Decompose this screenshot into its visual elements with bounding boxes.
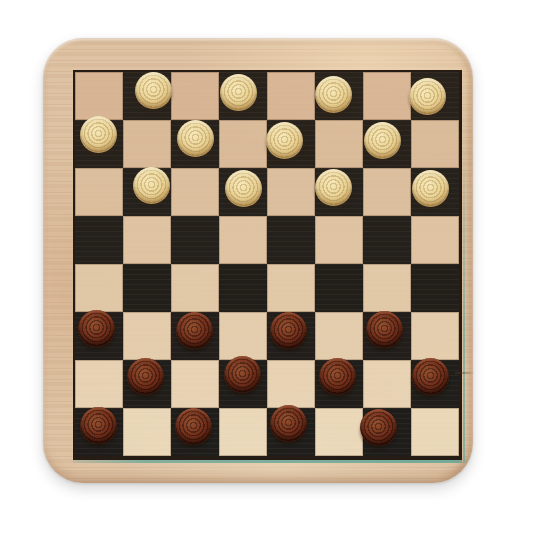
square-r4c2	[123, 216, 171, 264]
square-r5c7	[363, 264, 411, 312]
light-piece-r3c6[interactable]	[315, 169, 352, 206]
square-r7c7	[363, 360, 411, 408]
square-r4c1[interactable]	[75, 216, 123, 264]
square-r3c3	[171, 168, 219, 216]
square-r4c3[interactable]	[171, 216, 219, 264]
dark-piece-r6c5[interactable]	[270, 312, 307, 349]
square-r4c5[interactable]	[267, 216, 315, 264]
light-piece-r1c4[interactable]	[220, 74, 257, 111]
light-piece-r3c4[interactable]	[225, 170, 262, 207]
square-r5c2[interactable]	[123, 264, 171, 312]
square-r5c1	[75, 264, 123, 312]
square-r8c8	[411, 408, 459, 456]
square-r8c6	[315, 408, 363, 456]
square-r4c4	[219, 216, 267, 264]
square-r2c8	[411, 120, 459, 168]
light-piece-r2c1[interactable]	[80, 116, 117, 153]
square-r6c8	[411, 312, 459, 360]
dark-piece-r7c8[interactable]	[412, 358, 449, 395]
square-r1c7	[363, 72, 411, 120]
dark-piece-r8c5[interactable]	[270, 405, 307, 442]
square-r8c4	[219, 408, 267, 456]
dark-piece-r6c1[interactable]	[78, 310, 115, 347]
board-grid	[73, 70, 462, 460]
square-r3c7	[363, 168, 411, 216]
dark-piece-r8c3[interactable]	[175, 408, 212, 445]
square-r4c8	[411, 216, 459, 264]
dark-piece-r7c4[interactable]	[224, 356, 261, 393]
square-r4c6	[315, 216, 363, 264]
light-piece-r3c8[interactable]	[412, 170, 449, 207]
dark-piece-r6c7[interactable]	[366, 311, 403, 348]
wood-crack	[455, 372, 473, 375]
square-r3c5	[267, 168, 315, 216]
dark-piece-r8c1[interactable]	[80, 407, 117, 444]
square-r6c2	[123, 312, 171, 360]
square-r8c2	[123, 408, 171, 456]
square-r4c7[interactable]	[363, 216, 411, 264]
square-r1c1	[75, 72, 123, 120]
square-r2c2	[123, 120, 171, 168]
light-piece-r1c2[interactable]	[135, 72, 172, 109]
square-r5c5	[267, 264, 315, 312]
square-r5c3	[171, 264, 219, 312]
dark-piece-r7c2[interactable]	[127, 358, 164, 395]
square-r5c4[interactable]	[219, 264, 267, 312]
square-r5c8[interactable]	[411, 264, 459, 312]
light-piece-r3c2[interactable]	[133, 167, 170, 204]
dark-piece-r6c3[interactable]	[176, 312, 213, 349]
dark-piece-r8c7[interactable]	[360, 409, 397, 446]
light-piece-r1c8[interactable]	[409, 78, 446, 115]
square-r7c3	[171, 360, 219, 408]
light-piece-r2c3[interactable]	[177, 120, 214, 157]
light-piece-r1c6[interactable]	[315, 76, 352, 113]
checkers-board	[43, 38, 473, 483]
square-r1c3	[171, 72, 219, 120]
square-r6c4	[219, 312, 267, 360]
photo-background	[0, 0, 533, 533]
square-r7c1	[75, 360, 123, 408]
square-r2c6	[315, 120, 363, 168]
square-r3c1	[75, 168, 123, 216]
square-r5c6[interactable]	[315, 264, 363, 312]
square-r7c5	[267, 360, 315, 408]
light-piece-r2c5[interactable]	[266, 122, 303, 159]
square-r6c6	[315, 312, 363, 360]
square-r1c5	[267, 72, 315, 120]
light-piece-r2c7[interactable]	[364, 122, 401, 159]
square-r2c4	[219, 120, 267, 168]
dark-piece-r7c6[interactable]	[319, 358, 356, 395]
